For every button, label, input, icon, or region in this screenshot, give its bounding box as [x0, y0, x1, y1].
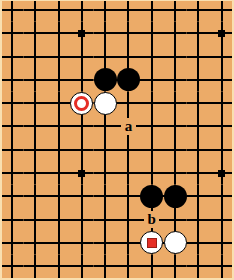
board-point-r7c7[interactable] [140, 138, 163, 161]
board-point-r10c5[interactable] [94, 208, 117, 231]
board-point-r3c1[interactable] [0, 45, 23, 68]
board-point-r2c9[interactable] [187, 22, 210, 45]
board-point-r12c1[interactable] [0, 255, 23, 278]
board-point-r10c8[interactable] [163, 208, 186, 231]
board-point-r3c2[interactable] [24, 45, 47, 68]
board-point-r10c2[interactable] [24, 208, 47, 231]
board-point-r1c3[interactable] [47, 0, 70, 22]
board-point-r10c3[interactable] [47, 208, 70, 231]
board-point-r4c6[interactable] [117, 68, 140, 91]
board-point-r7c3[interactable] [47, 138, 70, 161]
board-point-r3c10[interactable] [210, 45, 233, 68]
board-point-r3c6[interactable] [117, 45, 140, 68]
white-stone [140, 231, 163, 254]
board-point-r12c6[interactable] [117, 255, 140, 278]
board-point-r6c10[interactable] [210, 115, 233, 138]
board-point-r9c7[interactable] [140, 185, 163, 208]
board-point-r2c4[interactable] [70, 22, 93, 45]
star-point [218, 170, 225, 177]
board-point-r1c7[interactable] [140, 0, 163, 22]
star-point [78, 30, 85, 37]
board-point-r8c7[interactable] [140, 161, 163, 184]
board-point-r10c9[interactable] [187, 208, 210, 231]
go-board-diagram: ab [0, 0, 234, 280]
board-point-r1c9[interactable] [187, 0, 210, 22]
board-point-r12c10[interactable] [210, 255, 233, 278]
board-point-r11c3[interactable] [47, 231, 70, 254]
board-point-r9c6[interactable] [117, 185, 140, 208]
board-point-r3c9[interactable] [187, 45, 210, 68]
board-point-r1c1[interactable] [0, 0, 23, 22]
board-point-r5c1[interactable] [0, 92, 23, 115]
board-point-r5c3[interactable] [47, 92, 70, 115]
black-stone [117, 68, 140, 91]
board-point-r7c5[interactable] [94, 138, 117, 161]
board-point-r1c6[interactable] [117, 0, 140, 22]
board-point-r8c5[interactable] [94, 161, 117, 184]
board-point-r8c9[interactable] [187, 161, 210, 184]
board-point-r6c3[interactable] [47, 115, 70, 138]
board-point-r5c6[interactable] [117, 92, 140, 115]
white-stone [94, 92, 117, 115]
black-stone [164, 185, 187, 208]
board-point-r10c7[interactable]: b [140, 208, 163, 231]
board-point-r3c7[interactable] [140, 45, 163, 68]
black-stone [140, 185, 163, 208]
board-point-r1c2[interactable] [24, 0, 47, 22]
board-point-r9c2[interactable] [24, 185, 47, 208]
board-point-r8c2[interactable] [24, 161, 47, 184]
board-point-r10c10[interactable] [210, 208, 233, 231]
board-point-r7c10[interactable] [210, 138, 233, 161]
star-point [218, 30, 225, 37]
square-mark-icon [147, 238, 157, 248]
board-point-r2c5[interactable] [94, 22, 117, 45]
move-label-b: b [144, 211, 159, 228]
board-edge-highlight [232, 0, 234, 280]
board-point-r8c4[interactable] [70, 161, 93, 184]
board-point-r4c9[interactable] [187, 68, 210, 91]
board-point-r8c6[interactable] [117, 161, 140, 184]
board-point-r5c5[interactable] [94, 92, 117, 115]
board-point-r1c4[interactable] [70, 0, 93, 22]
board-point-r12c7[interactable] [140, 255, 163, 278]
board-point-r12c5[interactable] [94, 255, 117, 278]
board-point-r6c6[interactable]: a [117, 115, 140, 138]
board-point-r12c9[interactable] [187, 255, 210, 278]
board-point-r7c9[interactable] [187, 138, 210, 161]
board-point-r11c9[interactable] [187, 231, 210, 254]
board-point-r3c4[interactable] [70, 45, 93, 68]
board-point-r6c8[interactable] [163, 115, 186, 138]
go-board-grid: ab [0, 0, 233, 278]
board-point-r7c2[interactable] [24, 138, 47, 161]
board-point-r8c10[interactable] [210, 161, 233, 184]
board-point-r6c5[interactable] [94, 115, 117, 138]
board-point-r3c5[interactable] [94, 45, 117, 68]
board-point-r1c10[interactable] [210, 0, 233, 22]
board-point-r4c4[interactable] [70, 68, 93, 91]
board-point-r2c2[interactable] [24, 22, 47, 45]
board-point-r5c7[interactable] [140, 92, 163, 115]
move-label-a: a [121, 118, 136, 135]
board-point-r8c8[interactable] [163, 161, 186, 184]
board-point-r5c9[interactable] [187, 92, 210, 115]
board-point-r11c8[interactable] [163, 231, 186, 254]
board-point-r4c10[interactable] [210, 68, 233, 91]
board-point-r9c4[interactable] [70, 185, 93, 208]
board-point-r1c8[interactable] [163, 0, 186, 22]
board-point-r9c9[interactable] [187, 185, 210, 208]
board-point-r4c3[interactable] [47, 68, 70, 91]
white-stone [164, 231, 187, 254]
board-point-r9c5[interactable] [94, 185, 117, 208]
board-point-r12c4[interactable] [70, 255, 93, 278]
board-point-r7c4[interactable] [70, 138, 93, 161]
board-point-r4c8[interactable] [163, 68, 186, 91]
board-point-r4c1[interactable] [0, 68, 23, 91]
board-point-r10c6[interactable] [117, 208, 140, 231]
board-point-r12c8[interactable] [163, 255, 186, 278]
board-point-r2c10[interactable] [210, 22, 233, 45]
board-point-r11c10[interactable] [210, 231, 233, 254]
board-point-r4c7[interactable] [140, 68, 163, 91]
board-point-r3c8[interactable] [163, 45, 186, 68]
board-point-r11c4[interactable] [70, 231, 93, 254]
board-point-r11c2[interactable] [24, 231, 47, 254]
board-point-r8c1[interactable] [0, 161, 23, 184]
circle-mark-icon [74, 96, 89, 111]
board-point-r2c1[interactable] [0, 22, 23, 45]
board-point-r7c6[interactable] [117, 138, 140, 161]
board-point-r1c5[interactable] [94, 0, 117, 22]
board-point-r8c3[interactable] [47, 161, 70, 184]
star-point [78, 170, 85, 177]
board-point-r4c2[interactable] [24, 68, 47, 91]
board-point-r9c1[interactable] [0, 185, 23, 208]
board-point-r12c3[interactable] [47, 255, 70, 278]
board-point-r11c1[interactable] [0, 231, 23, 254]
board-point-r2c7[interactable] [140, 22, 163, 45]
board-point-r6c2[interactable] [24, 115, 47, 138]
board-point-r6c4[interactable] [70, 115, 93, 138]
black-stone [94, 68, 117, 91]
board-point-r12c2[interactable] [24, 255, 47, 278]
board-point-r10c4[interactable] [70, 208, 93, 231]
board-point-r6c7[interactable] [140, 115, 163, 138]
board-point-r9c3[interactable] [47, 185, 70, 208]
board-point-r7c1[interactable] [0, 138, 23, 161]
board-point-r2c6[interactable] [117, 22, 140, 45]
white-stone [70, 92, 93, 115]
board-point-r2c8[interactable] [163, 22, 186, 45]
board-point-r9c8[interactable] [163, 185, 186, 208]
board-edge-highlight [0, 0, 2, 280]
board-point-r11c6[interactable] [117, 231, 140, 254]
board-point-r2c3[interactable] [47, 22, 70, 45]
board-point-r5c10[interactable] [210, 92, 233, 115]
board-point-r6c9[interactable] [187, 115, 210, 138]
board-point-r11c7[interactable] [140, 231, 163, 254]
board-point-r5c8[interactable] [163, 92, 186, 115]
board-point-r5c2[interactable] [24, 92, 47, 115]
board-point-r10c1[interactable] [0, 208, 23, 231]
board-point-r5c4[interactable] [70, 92, 93, 115]
board-point-r6c1[interactable] [0, 115, 23, 138]
board-point-r3c3[interactable] [47, 45, 70, 68]
board-point-r7c8[interactable] [163, 138, 186, 161]
board-point-r4c5[interactable] [94, 68, 117, 91]
board-edge-highlight [0, 0, 234, 1]
board-point-r9c10[interactable] [210, 185, 233, 208]
board-point-r11c5[interactable] [94, 231, 117, 254]
